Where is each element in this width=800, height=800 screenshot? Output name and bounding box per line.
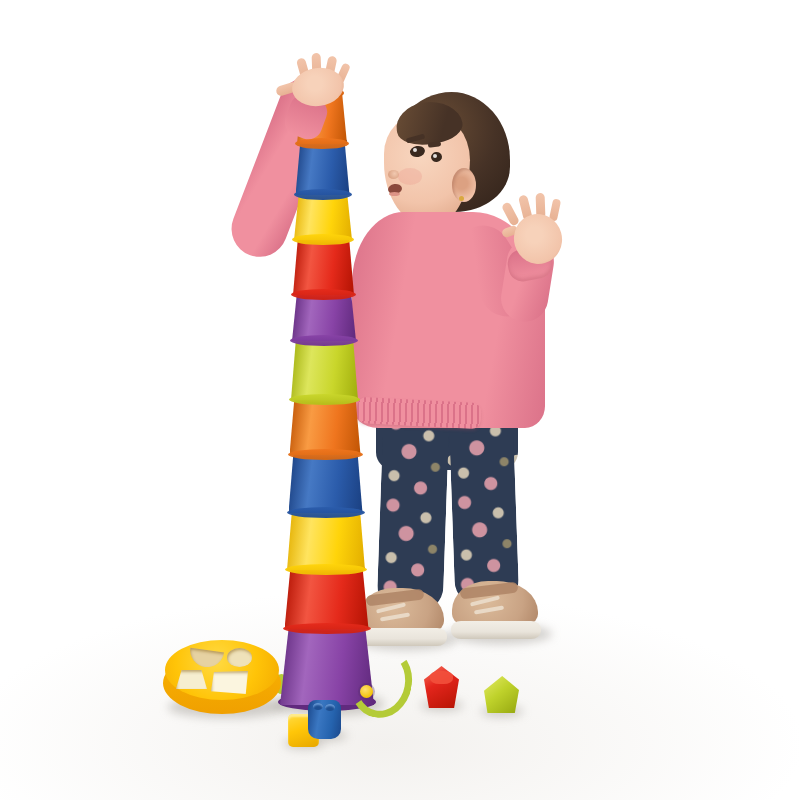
shape-sorter-lid xyxy=(163,640,285,718)
sorter-hole-round xyxy=(227,648,252,667)
cup-mouth-rim xyxy=(285,564,367,575)
cup-mouth-rim xyxy=(292,234,354,245)
cup-mouth-rim xyxy=(295,138,349,149)
cup-mouth-rim xyxy=(289,394,360,405)
cup-9-yellow xyxy=(287,510,365,570)
cup-mouth-rim xyxy=(290,335,358,346)
cup-body xyxy=(291,338,358,400)
cup-mouth-rim xyxy=(294,189,352,200)
cup-4-red xyxy=(293,237,354,295)
cup-body xyxy=(290,397,361,455)
cup-body xyxy=(285,567,369,629)
cup-mouth-rim xyxy=(283,623,371,634)
cup-mouth-rim xyxy=(288,449,363,460)
red-pentagon-top-face xyxy=(430,671,453,684)
cup-mouth-rim xyxy=(291,289,356,300)
cup-8-blue xyxy=(289,452,363,513)
cup-mouth-rim xyxy=(287,507,365,518)
cylinder-stud xyxy=(313,703,323,710)
cup-body xyxy=(293,237,354,295)
cup-10-red xyxy=(285,567,369,629)
sorter-hole-square xyxy=(211,671,248,694)
cup-body xyxy=(287,510,365,570)
cup-body xyxy=(289,452,363,513)
bucket-handle-rivet xyxy=(360,685,373,698)
cup-7-orange xyxy=(290,397,361,455)
cup-6-lime xyxy=(291,338,358,400)
blue-cylinder-block xyxy=(308,700,341,739)
photo-scene xyxy=(0,0,800,800)
cylinder-stud xyxy=(325,704,335,711)
